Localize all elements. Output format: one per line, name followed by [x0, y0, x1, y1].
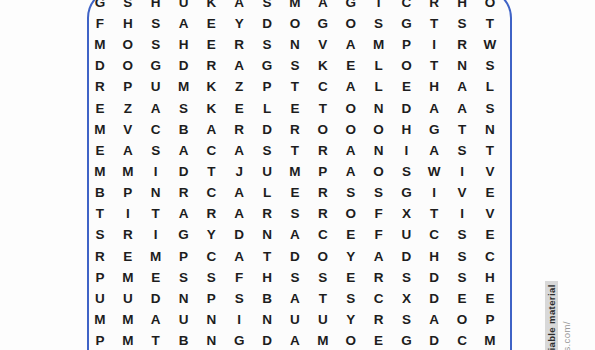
grid-cell-r13c6[interactable]: A	[225, 246, 253, 267]
grid-cell-r6c11[interactable]: N	[365, 98, 393, 119]
grid-cell-r7c10[interactable]: O	[337, 119, 365, 140]
grid-cell-r15c3[interactable]: D	[142, 288, 170, 309]
grid-cell-r16c13[interactable]: A	[420, 309, 448, 330]
grid-cell-r2c15[interactable]: T	[476, 13, 504, 34]
grid-cell-r2c8[interactable]: O	[281, 13, 309, 34]
grid-cell-r4c11[interactable]: L	[365, 55, 393, 76]
grid-cell-r7c12[interactable]: H	[392, 119, 420, 140]
grid-cell-r11c5[interactable]: R	[197, 203, 225, 224]
grid-cell-r3c9[interactable]: V	[309, 34, 337, 55]
grid-cell-r15c11[interactable]: C	[365, 288, 393, 309]
grid-cell-r15c4[interactable]: N	[170, 288, 198, 309]
grid-cell-r16c8[interactable]: U	[281, 309, 309, 330]
grid-cell-r3c10[interactable]: A	[337, 34, 365, 55]
grid-cell-r12c13[interactable]: C	[420, 225, 448, 246]
grid-cell-r10c3[interactable]: N	[142, 182, 170, 203]
grid-cell-r4c2[interactable]: O	[114, 55, 142, 76]
grid-cell-r11c15[interactable]: V	[476, 203, 504, 224]
grid-cell-r5c4[interactable]: M	[170, 77, 198, 98]
grid-cell-r13c3[interactable]: M	[142, 246, 170, 267]
grid-cell-r4c12[interactable]: O	[392, 55, 420, 76]
grid-cell-r2c10[interactable]: O	[337, 13, 365, 34]
grid-cell-r1c11[interactable]: I	[365, 0, 393, 13]
grid-cell-r14c11[interactable]: R	[365, 267, 393, 288]
grid-cell-r12c15[interactable]: E	[476, 225, 504, 246]
grid-cell-r7c8[interactable]: R	[281, 119, 309, 140]
grid-cell-r2c9[interactable]: G	[309, 13, 337, 34]
grid-cell-r14c9[interactable]: S	[309, 267, 337, 288]
grid-cell-r12c11[interactable]: F	[365, 225, 393, 246]
grid-cell-r7c3[interactable]: C	[142, 119, 170, 140]
grid-cell-r15c10[interactable]: S	[337, 288, 365, 309]
grid-cell-r17c6[interactable]: G	[225, 330, 253, 350]
grid-cell-r16c4[interactable]: U	[170, 309, 198, 330]
grid-cell-r12c1[interactable]: S	[86, 225, 114, 246]
grid-cell-r8c9[interactable]: R	[309, 140, 337, 161]
grid-cell-r14c5[interactable]: S	[197, 267, 225, 288]
grid-cell-r6c3[interactable]: A	[142, 98, 170, 119]
grid-cell-r7c11[interactable]: O	[365, 119, 393, 140]
grid-cell-r8c7[interactable]: S	[253, 140, 281, 161]
grid-cell-r6c13[interactable]: A	[420, 98, 448, 119]
grid-cell-r14c3[interactable]: E	[142, 267, 170, 288]
grid-cell-r13c11[interactable]: A	[365, 246, 393, 267]
grid-cell-r1c9[interactable]: A	[309, 0, 337, 13]
grid-cell-r15c7[interactable]: B	[253, 288, 281, 309]
grid-cell-r6c7[interactable]: L	[253, 98, 281, 119]
grid-cell-r9c4[interactable]: D	[170, 161, 198, 182]
grid-cell-r1c14[interactable]: H	[448, 0, 476, 13]
grid-cell-r7c5[interactable]: A	[197, 119, 225, 140]
grid-cell-r6c15[interactable]: S	[476, 98, 504, 119]
grid-cell-r8c13[interactable]: A	[420, 140, 448, 161]
grid-cell-r9c3[interactable]: I	[142, 161, 170, 182]
grid-cell-r3c8[interactable]: N	[281, 34, 309, 55]
grid-cell-r4c10[interactable]: E	[337, 55, 365, 76]
grid-cell-r8c3[interactable]: S	[142, 140, 170, 161]
grid-cell-r15c13[interactable]: D	[420, 288, 448, 309]
grid-cell-r11c7[interactable]: R	[253, 203, 281, 224]
grid-cell-r14c10[interactable]: E	[337, 267, 365, 288]
grid-cell-r7c9[interactable]: O	[309, 119, 337, 140]
grid-cell-r11c1[interactable]: T	[86, 203, 114, 224]
grid-cell-r12c10[interactable]: E	[337, 225, 365, 246]
grid-cell-r11c9[interactable]: R	[309, 203, 337, 224]
grid-cell-r10c7[interactable]: L	[253, 182, 281, 203]
grid-cell-r3c7[interactable]: S	[253, 34, 281, 55]
grid-cell-r16c7[interactable]: N	[253, 309, 281, 330]
grid-cell-r15c2[interactable]: U	[114, 288, 142, 309]
grid-cell-r11c12[interactable]: X	[392, 203, 420, 224]
grid-cell-r8c8[interactable]: T	[281, 140, 309, 161]
grid-cell-r2c7[interactable]: D	[253, 13, 281, 34]
grid-cell-r6c10[interactable]: O	[337, 98, 365, 119]
grid-cell-r12c7[interactable]: N	[253, 225, 281, 246]
grid-cell-r2c14[interactable]: S	[448, 13, 476, 34]
grid-cell-r14c6[interactable]: F	[225, 267, 253, 288]
grid-cell-r2c1[interactable]: F	[86, 13, 114, 34]
grid-cell-r4c8[interactable]: S	[281, 55, 309, 76]
grid-cell-r10c6[interactable]: A	[225, 182, 253, 203]
grid-cell-r9c5[interactable]: T	[197, 161, 225, 182]
grid-cell-r11c6[interactable]: A	[225, 203, 253, 224]
grid-cell-r2c5[interactable]: E	[197, 13, 225, 34]
grid-cell-r12c5[interactable]: Y	[197, 225, 225, 246]
grid-cell-r17c8[interactable]: A	[281, 330, 309, 350]
grid-cell-r9c10[interactable]: A	[337, 161, 365, 182]
grid-cell-r15c14[interactable]: E	[448, 288, 476, 309]
grid-cell-r5c3[interactable]: U	[142, 77, 170, 98]
grid-cell-r6c6[interactable]: E	[225, 98, 253, 119]
grid-cell-r8c15[interactable]: T	[476, 140, 504, 161]
grid-cell-r8c1[interactable]: E	[86, 140, 114, 161]
grid-cell-r11c4[interactable]: A	[170, 203, 198, 224]
grid-cell-r10c12[interactable]: G	[392, 182, 420, 203]
grid-cell-r7c4[interactable]: B	[170, 119, 198, 140]
grid-cell-r8c12[interactable]: I	[392, 140, 420, 161]
grid-cell-r12c12[interactable]: U	[392, 225, 420, 246]
grid-cell-r5c10[interactable]: A	[337, 77, 365, 98]
grid-cell-r17c13[interactable]: D	[420, 330, 448, 350]
grid-cell-r5c14[interactable]: A	[448, 77, 476, 98]
grid-cell-r8c11[interactable]: N	[365, 140, 393, 161]
grid-cell-r9c6[interactable]: J	[225, 161, 253, 182]
grid-cell-r6c2[interactable]: Z	[114, 98, 142, 119]
grid-cell-r16c14[interactable]: O	[448, 309, 476, 330]
grid-cell-r14c7[interactable]: H	[253, 267, 281, 288]
grid-cell-r1c13[interactable]: R	[420, 0, 448, 13]
grid-cell-r17c3[interactable]: T	[142, 330, 170, 350]
grid-cell-r17c5[interactable]: N	[197, 330, 225, 350]
grid-cell-r4c14[interactable]: N	[448, 55, 476, 76]
grid-cell-r9c14[interactable]: I	[448, 161, 476, 182]
grid-cell-r13c9[interactable]: O	[309, 246, 337, 267]
grid-cell-r1c8[interactable]: M	[281, 0, 309, 13]
grid-cell-r17c12[interactable]: G	[392, 330, 420, 350]
grid-cell-r4c15[interactable]: S	[476, 55, 504, 76]
grid-cell-r7c15[interactable]: N	[476, 119, 504, 140]
grid-cell-r17c4[interactable]: B	[170, 330, 198, 350]
grid-cell-r13c14[interactable]: S	[448, 246, 476, 267]
grid-cell-r7c13[interactable]: G	[420, 119, 448, 140]
grid-cell-r2c4[interactable]: A	[170, 13, 198, 34]
grid-cell-r7c6[interactable]: R	[225, 119, 253, 140]
grid-cell-r14c4[interactable]: S	[170, 267, 198, 288]
grid-cell-r5c13[interactable]: H	[420, 77, 448, 98]
grid-cell-r15c5[interactable]: P	[197, 288, 225, 309]
grid-cell-r11c3[interactable]: T	[142, 203, 170, 224]
grid-cell-r4c1[interactable]: D	[86, 55, 114, 76]
grid-cell-r14c14[interactable]: S	[448, 267, 476, 288]
grid-cell-r15c9[interactable]: T	[309, 288, 337, 309]
grid-cell-r5c1[interactable]: R	[86, 77, 114, 98]
grid-cell-r8c10[interactable]: A	[337, 140, 365, 161]
grid-cell-r4c4[interactable]: D	[170, 55, 198, 76]
grid-cell-r8c5[interactable]: C	[197, 140, 225, 161]
grid-cell-r16c9[interactable]: U	[309, 309, 337, 330]
grid-cell-r11c14[interactable]: I	[448, 203, 476, 224]
grid-cell-r16c6[interactable]: I	[225, 309, 253, 330]
grid-cell-r2c13[interactable]: T	[420, 13, 448, 34]
grid-cell-r13c2[interactable]: E	[114, 246, 142, 267]
grid-cell-r17c10[interactable]: O	[337, 330, 365, 350]
grid-cell-r3c12[interactable]: P	[392, 34, 420, 55]
grid-cell-r9c15[interactable]: V	[476, 161, 504, 182]
grid-cell-r3c2[interactable]: O	[114, 34, 142, 55]
grid-cell-r11c2[interactable]: I	[114, 203, 142, 224]
grid-cell-r13c4[interactable]: P	[170, 246, 198, 267]
grid-cell-r1c2[interactable]: S	[114, 0, 142, 13]
grid-cell-r8c2[interactable]: A	[114, 140, 142, 161]
grid-cell-r10c11[interactable]: S	[365, 182, 393, 203]
grid-cell-r8c4[interactable]: A	[170, 140, 198, 161]
grid-cell-r6c1[interactable]: E	[86, 98, 114, 119]
grid-cell-r6c8[interactable]: E	[281, 98, 309, 119]
grid-cell-r12c14[interactable]: S	[448, 225, 476, 246]
grid-cell-r7c14[interactable]: T	[448, 119, 476, 140]
grid-cell-r2c6[interactable]: Y	[225, 13, 253, 34]
grid-cell-r10c9[interactable]: R	[309, 182, 337, 203]
grid-cell-r16c1[interactable]: M	[86, 309, 114, 330]
grid-cell-r9c9[interactable]: P	[309, 161, 337, 182]
grid-cell-r9c12[interactable]: S	[392, 161, 420, 182]
grid-cell-r13c7[interactable]: T	[253, 246, 281, 267]
grid-cell-r2c2[interactable]: H	[114, 13, 142, 34]
grid-cell-r17c11[interactable]: E	[365, 330, 393, 350]
grid-cell-r11c13[interactable]: T	[420, 203, 448, 224]
grid-cell-r1c10[interactable]: G	[337, 0, 365, 13]
grid-cell-r11c11[interactable]: F	[365, 203, 393, 224]
grid-cell-r5c11[interactable]: L	[365, 77, 393, 98]
grid-cell-r13c1[interactable]: R	[86, 246, 114, 267]
grid-cell-r15c1[interactable]: U	[86, 288, 114, 309]
grid-cell-r17c15[interactable]: M	[476, 330, 504, 350]
grid-cell-r9c11[interactable]: O	[365, 161, 393, 182]
grid-cell-r12c6[interactable]: D	[225, 225, 253, 246]
word-search-grid: GSHUKASMAGICRHOFHSAEYDOGOSGTSTMOSHERSNVA…	[86, 0, 504, 350]
grid-cell-r16c5[interactable]: N	[197, 309, 225, 330]
grid-cell-r17c14[interactable]: C	[448, 330, 476, 350]
grid-cell-r12c8[interactable]: A	[281, 225, 309, 246]
grid-cell-r15c8[interactable]: A	[281, 288, 309, 309]
grid-cell-r9c7[interactable]: U	[253, 161, 281, 182]
grid-cell-r15c6[interactable]: S	[225, 288, 253, 309]
grid-cell-r12c4[interactable]: G	[170, 225, 198, 246]
grid-cell-r3c4[interactable]: H	[170, 34, 198, 55]
grid-cell-r1c12[interactable]: C	[392, 0, 420, 13]
grid-cell-r9c1[interactable]: M	[86, 161, 114, 182]
grid-cell-r3c13[interactable]: I	[420, 34, 448, 55]
grid-cell-r6c5[interactable]: K	[197, 98, 225, 119]
grid-cell-r13c8[interactable]: D	[281, 246, 309, 267]
grid-cell-r10c10[interactable]: S	[337, 182, 365, 203]
grid-cell-r8c14[interactable]: S	[448, 140, 476, 161]
grid-cell-r17c1[interactable]: P	[86, 330, 114, 350]
grid-cell-r1c3[interactable]: H	[142, 0, 170, 13]
grid-cell-r1c1[interactable]: G	[86, 0, 114, 13]
grid-cell-r1c6[interactable]: A	[225, 0, 253, 13]
grid-cell-r10c13[interactable]: I	[420, 182, 448, 203]
grid-cell-r3c6[interactable]: R	[225, 34, 253, 55]
grid-cell-r5c15[interactable]: L	[476, 77, 504, 98]
grid-cell-r6c14[interactable]: A	[448, 98, 476, 119]
grid-cell-r14c2[interactable]: M	[114, 267, 142, 288]
grid-cell-r10c8[interactable]: E	[281, 182, 309, 203]
grid-cell-r16c15[interactable]: P	[476, 309, 504, 330]
grid-cell-r13c13[interactable]: H	[420, 246, 448, 267]
grid-cell-r15c12[interactable]: X	[392, 288, 420, 309]
grid-cell-r10c15[interactable]: E	[476, 182, 504, 203]
grid-cell-r17c7[interactable]: D	[253, 330, 281, 350]
grid-cell-r11c8[interactable]: S	[281, 203, 309, 224]
grid-cell-r3c3[interactable]: S	[142, 34, 170, 55]
grid-cell-r15c15[interactable]: E	[476, 288, 504, 309]
worksheet-page: GSHUKASMAGICRHOFHSAEYDOGOSGTSTMOSHERSNVA…	[0, 0, 595, 350]
grid-cell-r5c5[interactable]: K	[197, 77, 225, 98]
grid-cell-r3c5[interactable]: E	[197, 34, 225, 55]
grid-cell-r5c12[interactable]: E	[392, 77, 420, 98]
grid-cell-r13c5[interactable]: C	[197, 246, 225, 267]
grid-cell-r3c1[interactable]: M	[86, 34, 114, 55]
grid-cell-r9c2[interactable]: M	[114, 161, 142, 182]
grid-cell-r5c9[interactable]: C	[309, 77, 337, 98]
grid-cell-r9c13[interactable]: W	[420, 161, 448, 182]
grid-cell-r1c4[interactable]: U	[170, 0, 198, 13]
photocopiable-material-label: opiable material	[545, 281, 558, 350]
grid-cell-r4c7[interactable]: G	[253, 55, 281, 76]
grid-cell-r12c3[interactable]: I	[142, 225, 170, 246]
grid-cell-r12c2[interactable]: R	[114, 225, 142, 246]
grid-cell-r16c12[interactable]: S	[392, 309, 420, 330]
grid-cell-r3c11[interactable]: M	[365, 34, 393, 55]
grid-cell-r4c13[interactable]: T	[420, 55, 448, 76]
grid-cell-r16c3[interactable]: A	[142, 309, 170, 330]
grid-cell-r10c2[interactable]: P	[114, 182, 142, 203]
grid-cell-r16c10[interactable]: Y	[337, 309, 365, 330]
grid-cell-r5c8[interactable]: T	[281, 77, 309, 98]
grid-cell-r9c8[interactable]: M	[281, 161, 309, 182]
grid-cell-r17c9[interactable]: M	[309, 330, 337, 350]
grid-cell-r13c10[interactable]: Y	[337, 246, 365, 267]
grid-cell-r7c7[interactable]: D	[253, 119, 281, 140]
grid-cell-r1c15[interactable]: O	[476, 0, 504, 13]
grid-cell-r4c5[interactable]: R	[197, 55, 225, 76]
grid-cell-r7c1[interactable]: M	[86, 119, 114, 140]
grid-cell-r10c4[interactable]: R	[170, 182, 198, 203]
grid-cell-r2c12[interactable]: G	[392, 13, 420, 34]
grid-cell-r6c12[interactable]: D	[392, 98, 420, 119]
grid-cell-r2c11[interactable]: S	[365, 13, 393, 34]
grid-cell-r13c15[interactable]: C	[476, 246, 504, 267]
grid-cell-r1c7[interactable]: S	[253, 0, 281, 13]
grid-cell-r13c12[interactable]: D	[392, 246, 420, 267]
grid-cell-r14c8[interactable]: S	[281, 267, 309, 288]
grid-cell-r4c3[interactable]: G	[142, 55, 170, 76]
grid-cell-r17c2[interactable]: M	[114, 330, 142, 350]
grid-cell-r10c14[interactable]: V	[448, 182, 476, 203]
grid-cell-r10c5[interactable]: C	[197, 182, 225, 203]
grid-cell-r14c13[interactable]: D	[420, 267, 448, 288]
grid-cell-r14c12[interactable]: S	[392, 267, 420, 288]
grid-cell-r6c9[interactable]: T	[309, 98, 337, 119]
grid-cell-r5c6[interactable]: Z	[225, 77, 253, 98]
grid-cell-r5c2[interactable]: P	[114, 77, 142, 98]
grid-cell-r16c2[interactable]: M	[114, 309, 142, 330]
grid-cell-r10c1[interactable]: B	[86, 182, 114, 203]
grid-cell-r1c5[interactable]: K	[197, 0, 225, 13]
grid-cell-r5c7[interactable]: P	[253, 77, 281, 98]
grid-cell-r14c1[interactable]: P	[86, 267, 114, 288]
grid-cell-r11c10[interactable]: O	[337, 203, 365, 224]
grid-cell-r6c4[interactable]: S	[170, 98, 198, 119]
grid-cell-r4c6[interactable]: A	[225, 55, 253, 76]
grid-cell-r14c15[interactable]: H	[476, 267, 504, 288]
grid-cell-r4c9[interactable]: K	[309, 55, 337, 76]
grid-cell-r3c15[interactable]: W	[476, 34, 504, 55]
grid-cell-r12c9[interactable]: C	[309, 225, 337, 246]
grid-cell-r8c6[interactable]: A	[225, 140, 253, 161]
grid-cell-r2c3[interactable]: S	[142, 13, 170, 34]
grid-cell-r3c14[interactable]: R	[448, 34, 476, 55]
grid-cell-r7c2[interactable]: V	[114, 119, 142, 140]
publisher-url-label: ress.com/	[561, 321, 572, 350]
grid-cell-r16c11[interactable]: R	[365, 309, 393, 330]
